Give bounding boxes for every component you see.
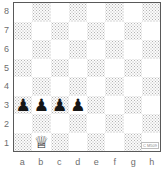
square-h4[interactable]: [142, 77, 160, 96]
square-f4[interactable]: [105, 77, 123, 96]
square-c5[interactable]: [51, 59, 69, 78]
square-a7[interactable]: [14, 22, 32, 41]
square-c1[interactable]: [51, 133, 69, 152]
square-h3[interactable]: [142, 96, 160, 115]
square-d8[interactable]: [69, 3, 87, 22]
square-h7[interactable]: [142, 22, 160, 41]
black-pawn: ♟: [16, 96, 31, 114]
file-label-h: h: [143, 154, 162, 170]
square-a4[interactable]: [14, 77, 32, 96]
chess-diagram-page: 87654321 C M509 ♟♟♟♟♕ abcdefgh: [0, 0, 168, 172]
square-e1[interactable]: [87, 133, 105, 152]
square-f1[interactable]: [105, 133, 123, 152]
square-f8[interactable]: [105, 3, 123, 22]
square-a2[interactable]: [14, 114, 32, 133]
square-a3[interactable]: ♟: [14, 96, 32, 115]
file-label-b: b: [32, 154, 51, 170]
square-f2[interactable]: [105, 114, 123, 133]
square-c8[interactable]: [51, 3, 69, 22]
square-e7[interactable]: [87, 22, 105, 41]
square-a8[interactable]: [14, 3, 32, 22]
chess-board: C M509 ♟♟♟♟♕: [13, 2, 161, 152]
square-e8[interactable]: [87, 3, 105, 22]
square-b4[interactable]: [32, 77, 50, 96]
square-h2[interactable]: [142, 114, 160, 133]
square-b3[interactable]: ♟: [32, 96, 50, 115]
rank-label-6: 6: [0, 40, 13, 59]
white-queen: ♕: [34, 133, 49, 151]
square-g3[interactable]: [124, 96, 142, 115]
rank-label-5: 5: [0, 58, 13, 77]
square-b6[interactable]: [32, 40, 50, 59]
square-c7[interactable]: [51, 22, 69, 41]
square-b7[interactable]: [32, 22, 50, 41]
square-h8[interactable]: [142, 3, 160, 22]
file-label-d: d: [69, 154, 88, 170]
square-g4[interactable]: [124, 77, 142, 96]
square-b1[interactable]: ♕: [32, 133, 50, 152]
file-labels: abcdefgh: [13, 154, 161, 170]
square-c3[interactable]: ♟: [51, 96, 69, 115]
square-a6[interactable]: [14, 40, 32, 59]
square-c2[interactable]: [51, 114, 69, 133]
square-b5[interactable]: [32, 59, 50, 78]
square-b2[interactable]: [32, 114, 50, 133]
square-e2[interactable]: [87, 114, 105, 133]
square-c6[interactable]: [51, 40, 69, 59]
rank-labels: 87654321: [0, 2, 13, 152]
black-pawn: ♟: [52, 96, 67, 114]
square-a1[interactable]: [14, 133, 32, 152]
square-f3[interactable]: [105, 96, 123, 115]
rank-label-7: 7: [0, 21, 13, 40]
watermark: C M509: [141, 142, 159, 149]
file-label-g: g: [124, 154, 143, 170]
square-c4[interactable]: [51, 77, 69, 96]
file-label-a: a: [13, 154, 32, 170]
square-d5[interactable]: [69, 59, 87, 78]
square-h5[interactable]: [142, 59, 160, 78]
square-e5[interactable]: [87, 59, 105, 78]
square-e6[interactable]: [87, 40, 105, 59]
square-g2[interactable]: [124, 114, 142, 133]
rank-label-4: 4: [0, 77, 13, 96]
square-d3[interactable]: ♟: [69, 96, 87, 115]
square-g1[interactable]: [124, 133, 142, 152]
square-g5[interactable]: [124, 59, 142, 78]
rank-label-1: 1: [0, 133, 13, 152]
black-pawn: ♟: [34, 96, 49, 114]
square-a5[interactable]: [14, 59, 32, 78]
square-d2[interactable]: [69, 114, 87, 133]
file-label-f: f: [106, 154, 125, 170]
black-pawn: ♟: [70, 96, 85, 114]
square-f5[interactable]: [105, 59, 123, 78]
square-d6[interactable]: [69, 40, 87, 59]
square-f6[interactable]: [105, 40, 123, 59]
square-d1[interactable]: [69, 133, 87, 152]
square-e4[interactable]: [87, 77, 105, 96]
file-label-c: c: [50, 154, 69, 170]
rank-label-8: 8: [0, 2, 13, 21]
rank-label-3: 3: [0, 96, 13, 115]
square-d7[interactable]: [69, 22, 87, 41]
square-d4[interactable]: [69, 77, 87, 96]
square-e3[interactable]: [87, 96, 105, 115]
square-f7[interactable]: [105, 22, 123, 41]
square-g8[interactable]: [124, 3, 142, 22]
file-label-e: e: [87, 154, 106, 170]
square-h6[interactable]: [142, 40, 160, 59]
square-b8[interactable]: [32, 3, 50, 22]
square-g7[interactable]: [124, 22, 142, 41]
square-g6[interactable]: [124, 40, 142, 59]
rank-label-2: 2: [0, 115, 13, 134]
